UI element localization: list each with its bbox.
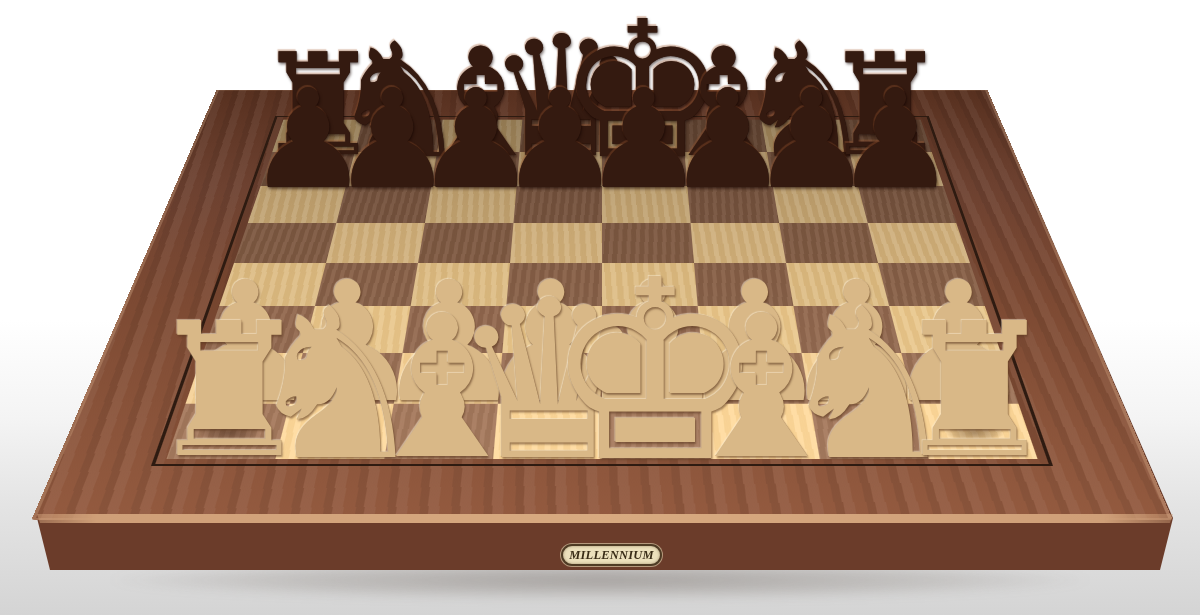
piece-white-rook-h1[interactable]: ♜ bbox=[892, 299, 1058, 484]
millennium-brand-plaque: MILLENNIUM bbox=[561, 544, 662, 566]
piece-black-pawn-h7[interactable]: ♟ bbox=[834, 72, 957, 209]
chess-board-scene: ♜♞♝♛♚♝♞♜♟♟♟♟♟♟♟♟♟♟♟♟♟♟♟♟♜♞♝♛♚♝♞♜ MILLENN… bbox=[0, 0, 1200, 615]
plaque-label: MILLENNIUM bbox=[569, 548, 654, 562]
